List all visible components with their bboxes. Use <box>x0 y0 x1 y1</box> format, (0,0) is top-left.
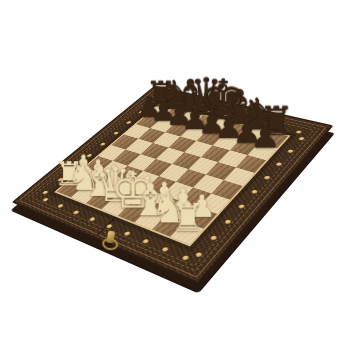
brass-stud <box>287 149 294 153</box>
brass-stud <box>251 189 259 194</box>
brass-stud <box>276 162 283 166</box>
brass-stud <box>264 175 271 180</box>
brass-stud <box>72 210 79 215</box>
piece-white-rook-h1[interactable]: ♜ <box>160 163 216 237</box>
product-photo-chess-set: ♜♞♝♛♚♝♞♜♟♟♟♟♟♟♟♟♟♟♟♟♟♟♟♟♜♞♝♛♚♝♞♜ <box>0 0 340 340</box>
rook-glyph: ♜ <box>171 199 205 237</box>
brass-stud <box>181 255 189 261</box>
brass-stud <box>123 231 131 236</box>
brass-stud <box>88 217 95 222</box>
brass-stud <box>195 252 203 258</box>
brass-stud <box>298 137 305 141</box>
brass-stud <box>42 190 49 194</box>
brass-stud <box>210 235 218 241</box>
pawn-glyph: ♟ <box>251 120 280 153</box>
piece-black-pawn-h7[interactable]: ♟ <box>241 87 290 153</box>
brass-stud <box>42 197 49 201</box>
brass-stud <box>224 219 232 224</box>
brass-stud <box>141 239 149 244</box>
brass-stud <box>161 246 169 252</box>
clasp-icon <box>99 229 121 248</box>
brass-stud <box>57 204 64 209</box>
brass-stud <box>238 204 246 209</box>
